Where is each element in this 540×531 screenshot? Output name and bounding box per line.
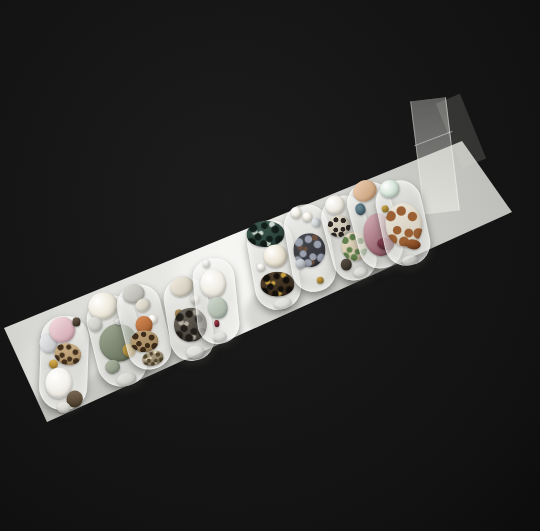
nail-1 <box>38 315 89 411</box>
nail-2-glaze-drip <box>115 371 138 388</box>
tape-fold-line <box>414 131 452 147</box>
nail-10-rust-streak <box>405 238 421 250</box>
nail-5-white-pebble <box>199 268 227 299</box>
nail-7-gold-fleck <box>316 276 324 284</box>
nail-7-pearl-a <box>290 206 303 219</box>
nail-1-glaze-drip <box>56 401 70 413</box>
nail-4-clear-tip <box>185 344 205 360</box>
nail-8-dark-bits <box>340 259 352 272</box>
nail-5-sparkle-top <box>202 260 210 268</box>
nail-5-ruby-gem <box>214 320 220 328</box>
nail-9-teal-gem <box>354 203 367 216</box>
nail-5-clear-tip <box>212 331 227 343</box>
nail-5-seafoam-stone <box>205 295 229 321</box>
nail-10-clear-tip <box>401 253 419 266</box>
photo-canvas <box>0 0 540 531</box>
nail-1-dark-speck <box>73 318 81 327</box>
nail-6-dark-leopard <box>260 272 294 297</box>
nail-6-small-pearl <box>257 262 266 272</box>
